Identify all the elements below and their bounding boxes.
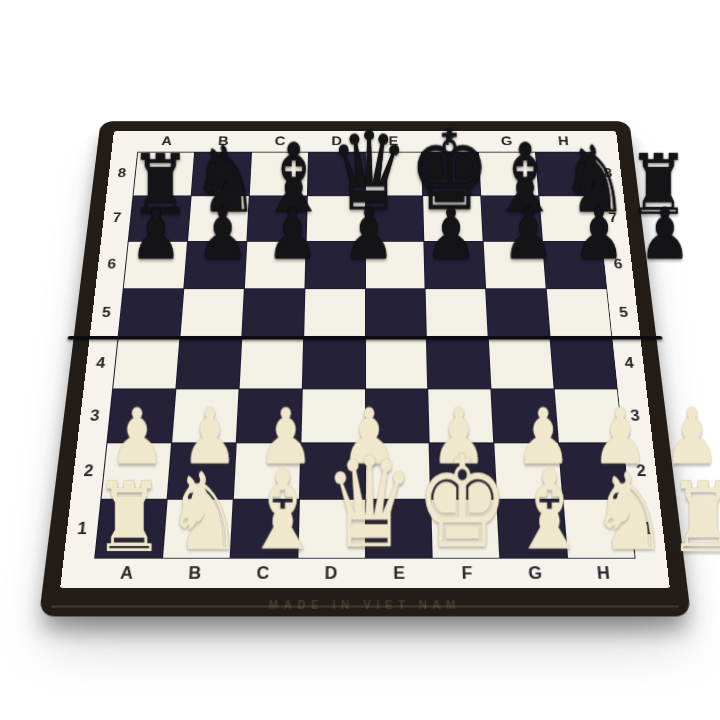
- piece-white-queen-d1[interactable]: ♛: [323, 441, 415, 566]
- file-label-b-bottom: B: [160, 559, 230, 589]
- piece-cell-c6: [255, 264, 328, 300]
- piece-cell-a7: ♟: [125, 220, 191, 263]
- piece-cell-b1: ♞: [165, 468, 248, 559]
- piece-cell-e5: [410, 300, 497, 338]
- file-label-e-bottom: E: [365, 559, 433, 589]
- file-label-d-bottom: D: [297, 559, 365, 589]
- piece-cell-e1: ♚: [414, 468, 510, 559]
- piece-white-rook-h1[interactable]: ♜: [668, 470, 720, 566]
- piece-cell-c7: ♟: [257, 220, 329, 263]
- piece-cell-g1: ♞: [582, 468, 668, 559]
- piece-cell-c5: [254, 300, 328, 338]
- piece-white-bishop-f1[interactable]: ♝: [509, 457, 589, 566]
- board-pieces: ♜♞♝♛♚♝♞♜♟♟♟♟♟♟♟♟♟♟♟♟♟♟♟♟♜♞♝♛♚♝♞♜: [94, 152, 636, 559]
- piece-black-pawn-d7[interactable]: ♟: [343, 199, 395, 270]
- piece-cell-c4: [252, 338, 327, 377]
- piece-cell-b4: [179, 338, 254, 377]
- piece-cell-e6: [410, 264, 495, 300]
- frame-embossed-text: MADE IN VIET NAM: [40, 599, 691, 611]
- piece-black-pawn-a7[interactable]: ♟: [130, 199, 182, 270]
- piece-cell-f7: ♟: [490, 220, 563, 263]
- piece-white-king-e1[interactable]: ♚: [415, 438, 509, 566]
- piece-cell-a1: ♜: [94, 468, 172, 559]
- piece-black-pawn-c7[interactable]: ♟: [266, 199, 318, 270]
- piece-cell-b7: ♟: [188, 220, 259, 263]
- piece-cell-d4: [326, 338, 411, 377]
- piece-cell-h6: [633, 264, 701, 300]
- piece-cell-c1: ♝: [243, 468, 325, 559]
- piece-black-pawn-g7[interactable]: ♟: [573, 199, 625, 270]
- file-labels-bottom: ABCDEFGH: [91, 559, 639, 589]
- piece-cell-h4: [642, 338, 712, 377]
- piece-cell-f5: [495, 300, 570, 338]
- piece-cell-h5: [637, 300, 706, 338]
- piece-black-pawn-h7[interactable]: ♟: [639, 199, 691, 270]
- piece-cell-d1: ♛: [323, 468, 415, 559]
- piece-cell-e4: [411, 338, 499, 377]
- chess-board-frame: ABCDEFGH ABCDEFGH 87654321 87654321 ♜♞♝♛…: [39, 121, 691, 616]
- piece-cell-b6: [185, 264, 257, 300]
- piece-white-bishop-c1[interactable]: ♝: [243, 457, 323, 566]
- piece-cell-a4: [113, 338, 182, 377]
- chess-board-surface: ABCDEFGH ABCDEFGH 87654321 87654321 ♜♞♝♛…: [60, 131, 670, 588]
- file-label-f-bottom: F: [433, 559, 502, 589]
- piece-cell-f6: [493, 264, 567, 300]
- file-label-c-bottom: C: [228, 559, 297, 589]
- piece-cell-e7: ♟: [409, 220, 493, 263]
- piece-cell-f1: ♝: [504, 468, 589, 559]
- piece-cell-f4: [497, 338, 574, 377]
- piece-cell-d5: [327, 300, 411, 338]
- piece-black-pawn-e7[interactable]: ♟: [425, 199, 477, 270]
- piece-white-rook-a1[interactable]: ♜: [94, 470, 165, 566]
- piece-cell-a5: [118, 300, 185, 338]
- file-label-a-bottom: A: [91, 559, 162, 589]
- piece-black-pawn-f7[interactable]: ♟: [502, 199, 554, 270]
- piece-white-knight-g1[interactable]: ♞: [590, 459, 668, 566]
- piece-cell-h7: ♟: [628, 220, 695, 263]
- file-label-h-bottom: H: [568, 559, 639, 589]
- piece-cell-b5: [182, 300, 255, 338]
- chessboard-photo: ABCDEFGH ABCDEFGH 87654321 87654321 ♜♞♝♛…: [73, 63, 657, 623]
- file-label-g-bottom: G: [500, 559, 570, 589]
- piece-cell-d6: [327, 264, 410, 300]
- piece-cell-g7: ♟: [560, 220, 633, 263]
- piece-cell-a6: [122, 264, 188, 300]
- piece-black-pawn-b7[interactable]: ♟: [196, 199, 248, 270]
- piece-cell-d7: ♟: [328, 220, 409, 263]
- piece-white-knight-b1[interactable]: ♞: [164, 459, 242, 566]
